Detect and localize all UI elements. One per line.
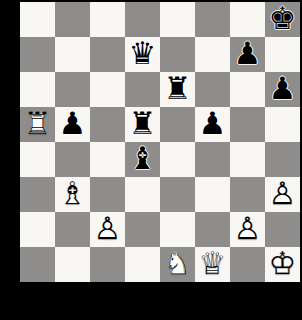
square-d3[interactable] <box>125 177 160 212</box>
square-c5[interactable] <box>90 107 125 142</box>
square-h1[interactable]: ♚♔ <box>265 247 300 282</box>
square-e4[interactable] <box>160 142 195 177</box>
square-f1[interactable]: ♛♕ <box>195 247 230 282</box>
square-e3[interactable] <box>160 177 195 212</box>
square-e6[interactable]: ♜ <box>160 72 195 107</box>
square-f3[interactable] <box>195 177 230 212</box>
black-queen[interactable]: ♛ <box>125 37 160 72</box>
white-bishop-glyph: ♗ <box>55 176 90 211</box>
black-pawn-glyph: ♟ <box>230 36 265 71</box>
square-c3[interactable] <box>90 177 125 212</box>
square-b5[interactable]: ♟ <box>55 107 90 142</box>
square-g6[interactable] <box>230 72 265 107</box>
square-g2[interactable]: ♟♙ <box>230 212 265 247</box>
square-b1[interactable] <box>55 247 90 282</box>
square-e2[interactable] <box>160 212 195 247</box>
square-a3[interactable] <box>20 177 55 212</box>
square-c7[interactable] <box>90 37 125 72</box>
square-h8[interactable]: ♚ <box>265 2 300 37</box>
square-b2[interactable] <box>55 212 90 247</box>
square-a7[interactable] <box>20 37 55 72</box>
square-h7[interactable] <box>265 37 300 72</box>
square-c1[interactable] <box>90 247 125 282</box>
black-king-glyph: ♚ <box>265 1 300 36</box>
square-d7[interactable]: ♛ <box>125 37 160 72</box>
square-g1[interactable] <box>230 247 265 282</box>
white-pawn[interactable]: ♟♙ <box>230 212 265 247</box>
white-rook-glyph: ♖ <box>20 106 55 141</box>
square-h3[interactable]: ♟♙ <box>265 177 300 212</box>
square-a8[interactable] <box>20 2 55 37</box>
white-pawn-glyph: ♙ <box>265 176 300 211</box>
square-d1[interactable] <box>125 247 160 282</box>
square-g4[interactable] <box>230 142 265 177</box>
square-a5[interactable]: ♜♖ <box>20 107 55 142</box>
square-d5[interactable]: ♜ <box>125 107 160 142</box>
black-pawn[interactable]: ♟ <box>230 37 265 72</box>
square-h6[interactable]: ♟ <box>265 72 300 107</box>
white-king[interactable]: ♚♔ <box>265 247 300 282</box>
white-rook[interactable]: ♜♖ <box>20 107 55 142</box>
black-rook[interactable]: ♜ <box>125 107 160 142</box>
black-pawn[interactable]: ♟ <box>195 107 230 142</box>
square-b4[interactable] <box>55 142 90 177</box>
square-f7[interactable] <box>195 37 230 72</box>
white-queen-glyph: ♕ <box>195 246 230 281</box>
square-f4[interactable] <box>195 142 230 177</box>
white-king-glyph: ♔ <box>265 246 300 281</box>
square-h4[interactable] <box>265 142 300 177</box>
black-rook[interactable]: ♜ <box>160 72 195 107</box>
square-e1[interactable]: ♞♘ <box>160 247 195 282</box>
square-a6[interactable] <box>20 72 55 107</box>
black-bishop-glyph: ♝ <box>125 141 160 176</box>
square-a2[interactable] <box>20 212 55 247</box>
chess-board: ♚♛♟♜♟♜♖♟♜♟♝♝♗♟♙♟♙♟♙♞♘♛♕♚♔ <box>20 2 300 282</box>
square-a4[interactable] <box>20 142 55 177</box>
diagram-frame: ♚♛♟♜♟♜♖♟♜♟♝♝♗♟♙♟♙♟♙♞♘♛♕♚♔ <box>0 0 302 320</box>
black-pawn-glyph: ♟ <box>55 106 90 141</box>
square-d8[interactable] <box>125 2 160 37</box>
square-f8[interactable] <box>195 2 230 37</box>
square-h2[interactable] <box>265 212 300 247</box>
white-bishop[interactable]: ♝♗ <box>55 177 90 212</box>
square-c6[interactable] <box>90 72 125 107</box>
black-pawn-glyph: ♟ <box>265 71 300 106</box>
white-knight-glyph: ♘ <box>160 246 195 281</box>
square-g7[interactable]: ♟ <box>230 37 265 72</box>
square-g5[interactable] <box>230 107 265 142</box>
square-b8[interactable] <box>55 2 90 37</box>
square-f2[interactable] <box>195 212 230 247</box>
square-h5[interactable] <box>265 107 300 142</box>
square-e8[interactable] <box>160 2 195 37</box>
black-queen-glyph: ♛ <box>125 36 160 71</box>
square-c4[interactable] <box>90 142 125 177</box>
square-a1[interactable] <box>20 247 55 282</box>
square-e7[interactable] <box>160 37 195 72</box>
white-knight[interactable]: ♞♘ <box>160 247 195 282</box>
square-e5[interactable] <box>160 107 195 142</box>
black-rook-glyph: ♜ <box>160 71 195 106</box>
white-pawn[interactable]: ♟♙ <box>90 212 125 247</box>
square-b7[interactable] <box>55 37 90 72</box>
white-queen[interactable]: ♛♕ <box>195 247 230 282</box>
white-pawn-glyph: ♙ <box>230 211 265 246</box>
black-king[interactable]: ♚ <box>265 2 300 37</box>
square-c8[interactable] <box>90 2 125 37</box>
square-g3[interactable] <box>230 177 265 212</box>
square-d4[interactable]: ♝ <box>125 142 160 177</box>
black-pawn[interactable]: ♟ <box>55 107 90 142</box>
square-b6[interactable] <box>55 72 90 107</box>
square-d2[interactable] <box>125 212 160 247</box>
square-g8[interactable] <box>230 2 265 37</box>
square-d6[interactable] <box>125 72 160 107</box>
white-pawn[interactable]: ♟♙ <box>265 177 300 212</box>
black-bishop[interactable]: ♝ <box>125 142 160 177</box>
black-pawn[interactable]: ♟ <box>265 72 300 107</box>
white-pawn-glyph: ♙ <box>90 211 125 246</box>
square-f6[interactable] <box>195 72 230 107</box>
black-pawn-glyph: ♟ <box>195 106 230 141</box>
square-b3[interactable]: ♝♗ <box>55 177 90 212</box>
square-c2[interactable]: ♟♙ <box>90 212 125 247</box>
black-rook-glyph: ♜ <box>125 106 160 141</box>
square-f5[interactable]: ♟ <box>195 107 230 142</box>
